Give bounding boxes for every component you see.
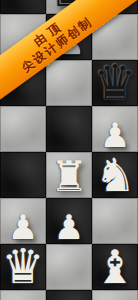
square-r7c1[interactable]: ♛ bbox=[0, 244, 46, 290]
square-r5c3[interactable]: ♞ bbox=[92, 152, 138, 198]
piece-white-bishop[interactable]: ♝ bbox=[94, 244, 135, 290]
square-r4c2[interactable] bbox=[46, 106, 92, 152]
piece-white-rook[interactable]: ♜ bbox=[50, 156, 88, 198]
piece-white-queen[interactable]: ♛ bbox=[1, 242, 44, 290]
square-r4c3[interactable]: ♟ bbox=[92, 106, 138, 152]
square-r5c1[interactable] bbox=[0, 152, 46, 198]
square-r6c3[interactable] bbox=[92, 198, 138, 244]
square-r7c2[interactable] bbox=[46, 244, 92, 290]
square-r8c2[interactable] bbox=[46, 290, 92, 300]
square-r7c3[interactable]: ♝ bbox=[92, 244, 138, 290]
square-r1c1[interactable] bbox=[0, 0, 46, 14]
square-r5c2[interactable]: ♜ bbox=[46, 152, 92, 198]
piece-white-pawn[interactable]: ♟ bbox=[100, 118, 130, 152]
square-r3c3[interactable]: ♛ bbox=[92, 60, 138, 106]
piece-white-pawn[interactable]: ♟ bbox=[54, 210, 84, 244]
piece-black-queen[interactable]: ♛ bbox=[93, 58, 136, 106]
square-r3c2[interactable] bbox=[46, 60, 92, 106]
chess-app-screenshot: ♚♜♟♛♟♜♞♟♟♛♝ 由顶 尖设计师创制 bbox=[0, 0, 138, 300]
square-r6c2[interactable]: ♟ bbox=[46, 198, 92, 244]
piece-white-knight[interactable]: ♞ bbox=[94, 152, 135, 198]
square-r4c1[interactable] bbox=[0, 106, 46, 152]
